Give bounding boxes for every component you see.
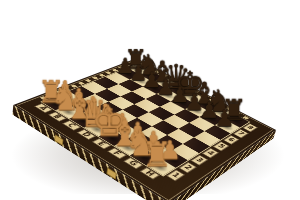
square-g5 [178, 123, 204, 138]
dark-pawn-piece: ♟ [214, 108, 234, 128]
product-photo-scene: ♜♞♝♛♚♝♞♜♟♟♟♟♟♟♟♟♟♟♟♟♟♟♟♟♜♞♝♛♚♝♞♜ ABCDEFG… [0, 0, 300, 200]
rank-label: 2 [179, 162, 197, 173]
light-rook-piece: ♜ [142, 138, 172, 168]
